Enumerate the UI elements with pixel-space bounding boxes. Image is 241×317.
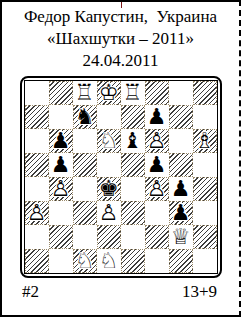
square-b8	[49, 81, 73, 105]
square-h8	[193, 81, 217, 105]
square-f1	[145, 249, 169, 273]
square-e1	[121, 249, 145, 273]
date-line: 24.04.2011	[2, 50, 239, 72]
square-g8	[169, 81, 193, 105]
red-tick-artifact	[121, 2, 122, 8]
square-e2	[121, 225, 145, 249]
piece-white-knight: ♞♘	[73, 249, 97, 273]
footer: #2 13+9	[2, 282, 239, 302]
square-a4	[25, 177, 49, 201]
piece-white-pawn: ♟♙	[49, 177, 73, 201]
square-d5	[97, 153, 121, 177]
square-b6: ♟♟	[49, 129, 73, 153]
piece-white-knight: ♞♘	[97, 129, 121, 153]
stipulation-label: #2	[22, 282, 39, 302]
square-c6	[73, 129, 97, 153]
square-a8	[25, 81, 49, 105]
piece-white-rook: ♜♖	[73, 81, 97, 105]
piece-white-pawn: ♟♙	[145, 177, 169, 201]
square-a2	[25, 225, 49, 249]
square-c2	[73, 225, 97, 249]
piece-black-pawn: ♟♟	[145, 153, 169, 177]
square-c4	[73, 177, 97, 201]
square-b4: ♟♙	[49, 177, 73, 201]
square-g4: ♟♟	[169, 177, 193, 201]
square-b5: ♟♟	[49, 153, 73, 177]
square-h2	[193, 225, 217, 249]
piece-white-queen: ♛♕	[169, 225, 193, 249]
square-d8: ♚♔	[97, 81, 121, 105]
piece-white-bishop: ♝♗	[193, 129, 217, 153]
square-h6: ♝♗	[193, 129, 217, 153]
square-f7: ♟♟	[145, 105, 169, 129]
square-a5	[25, 153, 49, 177]
square-h4	[193, 177, 217, 201]
square-b2	[49, 225, 73, 249]
piece-black-knight: ♞♞	[73, 105, 97, 129]
square-f4: ♟♙	[145, 177, 169, 201]
square-c1: ♞♘	[73, 249, 97, 273]
problem-card: Федор Капустин, Украина «Шахшутки – 2011…	[0, 0, 241, 317]
square-f5: ♟♟	[145, 153, 169, 177]
board-grid: ♜♖♚♔♜♖♞♞♟♟♟♟♞♘♝♝♟♙♝♗♟♟♟♟♟♙♚♚♟♙♟♟♟♙♟♙♟♟♛♕…	[25, 81, 217, 273]
piece-black-pawn: ♟♟	[169, 201, 193, 225]
square-d3: ♟♙	[97, 201, 121, 225]
material-count-label: 13+9	[182, 282, 217, 302]
square-b1	[49, 249, 73, 273]
square-e4	[121, 177, 145, 201]
square-e7	[121, 105, 145, 129]
square-d7	[97, 105, 121, 129]
piece-white-rook: ♜♖	[121, 81, 145, 105]
board-frame: ♜♖♚♔♜♖♞♞♟♟♟♟♞♘♝♝♟♙♝♗♟♟♟♟♟♙♚♚♟♙♟♟♟♙♟♙♟♟♛♕…	[20, 76, 222, 278]
source-line: «Шахшутки – 2011»	[2, 28, 239, 50]
piece-black-pawn: ♟♟	[49, 129, 73, 153]
author-line: Федор Капустин, Украина	[2, 6, 239, 28]
piece-white-pawn: ♟♙	[25, 201, 49, 225]
header: Федор Капустин, Украина «Шахшутки – 2011…	[2, 6, 239, 72]
square-f8	[145, 81, 169, 105]
piece-white-pawn: ♟♙	[97, 201, 121, 225]
piece-black-pawn: ♟♟	[49, 153, 73, 177]
square-g7	[169, 105, 193, 129]
piece-black-pawn: ♟♟	[145, 105, 169, 129]
square-a6	[25, 129, 49, 153]
square-d2	[97, 225, 121, 249]
square-g1	[169, 249, 193, 273]
square-h1	[193, 249, 217, 273]
square-g3: ♟♟	[169, 201, 193, 225]
square-a3: ♟♙	[25, 201, 49, 225]
square-c8: ♜♖	[73, 81, 97, 105]
square-e6: ♝♝	[121, 129, 145, 153]
piece-white-king: ♚♔	[97, 81, 121, 105]
square-c3	[73, 201, 97, 225]
square-a7	[25, 105, 49, 129]
square-h3	[193, 201, 217, 225]
board-border: ♜♖♚♔♜♖♞♞♟♟♟♟♞♘♝♝♟♙♝♗♟♟♟♟♟♙♚♚♟♙♟♟♟♙♟♙♟♟♛♕…	[24, 80, 218, 274]
square-h7	[193, 105, 217, 129]
square-d6: ♞♘	[97, 129, 121, 153]
square-d1: ♞♘	[97, 249, 121, 273]
piece-white-knight: ♞♘	[97, 249, 121, 273]
piece-black-king: ♚♚	[97, 177, 121, 201]
piece-black-pawn: ♟♟	[169, 177, 193, 201]
piece-white-pawn: ♟♙	[145, 129, 169, 153]
square-b3	[49, 201, 73, 225]
square-g2: ♛♕	[169, 225, 193, 249]
square-f3	[145, 201, 169, 225]
square-f6: ♟♙	[145, 129, 169, 153]
square-c5	[73, 153, 97, 177]
square-c7: ♞♞	[73, 105, 97, 129]
board-area: ♜♖♚♔♜♖♞♞♟♟♟♟♞♘♝♝♟♙♝♗♟♟♟♟♟♙♚♚♟♙♟♟♟♙♟♙♟♟♛♕…	[2, 76, 239, 278]
square-a1	[25, 249, 49, 273]
square-e5	[121, 153, 145, 177]
square-g6	[169, 129, 193, 153]
square-f2	[145, 225, 169, 249]
square-d4: ♚♚	[97, 177, 121, 201]
square-g5	[169, 153, 193, 177]
square-e3	[121, 201, 145, 225]
square-b7	[49, 105, 73, 129]
square-e8: ♜♖	[121, 81, 145, 105]
square-h5	[193, 153, 217, 177]
piece-black-bishop: ♝♝	[121, 129, 145, 153]
